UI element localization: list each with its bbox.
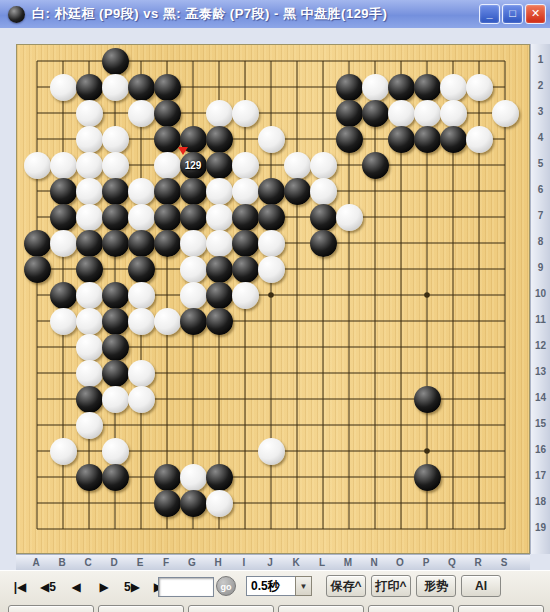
col-label-D: D [105, 557, 123, 568]
stone-white-E10 [128, 282, 155, 309]
stone-black-D12 [102, 334, 129, 361]
bottom-row-button[interactable] [98, 605, 184, 612]
stone-white-H18 [206, 490, 233, 517]
stone-black-E2 [128, 74, 155, 101]
stone-black-D7 [102, 204, 129, 231]
stone-white-D16 [102, 438, 129, 465]
window-title: 白: 朴廷桓 (P9段) vs 黑: 孟泰龄 (P7段) - 黑 中盘胜(129… [32, 5, 479, 23]
nav-button-0[interactable]: |◀ [8, 577, 32, 597]
stone-black-M4 [336, 126, 363, 153]
stone-black-G5: 129 [180, 152, 207, 179]
print-button[interactable]: 打印^ [371, 575, 411, 597]
minimize-button[interactable]: _ [479, 4, 500, 24]
stone-white-C10 [76, 282, 103, 309]
stone-black-L7 [310, 204, 337, 231]
stone-black-C14 [76, 386, 103, 413]
stone-white-I3 [232, 100, 259, 127]
close-button[interactable]: ✕ [525, 4, 546, 24]
stone-white-G17 [180, 464, 207, 491]
stone-black-I7 [232, 204, 259, 231]
stone-white-E7 [128, 204, 155, 231]
row-label-19: 19 [531, 522, 550, 534]
bottom-row-button[interactable] [458, 605, 544, 612]
replay-nav-group: |◀◀5◀▶5▶▶| [8, 577, 172, 597]
stone-black-C2 [76, 74, 103, 101]
stone-white-E11 [128, 308, 155, 335]
row-label-5: 5 [531, 158, 550, 170]
stone-black-C8 [76, 230, 103, 257]
stone-black-H9 [206, 256, 233, 283]
stone-black-D8 [102, 230, 129, 257]
stone-white-J16 [258, 438, 285, 465]
stone-black-F3 [154, 100, 181, 127]
stone-black-Q4 [440, 126, 467, 153]
row-label-4: 4 [531, 132, 550, 144]
nav-button-2[interactable]: ◀ [64, 577, 88, 597]
stone-white-F11 [154, 308, 181, 335]
stone-white-C5 [76, 152, 103, 179]
nav-button-4[interactable]: 5▶ [120, 577, 144, 597]
stone-black-J7 [258, 204, 285, 231]
col-label-S: S [495, 557, 513, 568]
col-label-B: B [53, 557, 71, 568]
stone-white-D2 [102, 74, 129, 101]
stone-white-Q3 [440, 100, 467, 127]
stone-black-D1 [102, 48, 129, 75]
stone-black-O4 [388, 126, 415, 153]
stone-white-B11 [50, 308, 77, 335]
row-label-16: 16 [531, 444, 550, 456]
nav-button-3[interactable]: ▶ [92, 577, 116, 597]
stone-black-E8 [128, 230, 155, 257]
stone-white-K5 [284, 152, 311, 179]
stone-white-P3 [414, 100, 441, 127]
stone-white-G9 [180, 256, 207, 283]
stone-black-I9 [232, 256, 259, 283]
save-button[interactable]: 保存^ [326, 575, 366, 597]
stone-white-E3 [128, 100, 155, 127]
stone-white-B5 [50, 152, 77, 179]
stone-white-D5 [102, 152, 129, 179]
stone-white-J9 [258, 256, 285, 283]
stone-white-B8 [50, 230, 77, 257]
row-label-8: 8 [531, 236, 550, 248]
stone-black-F17 [154, 464, 181, 491]
stone-white-I5 [232, 152, 259, 179]
chevron-down-icon[interactable]: ▼ [295, 576, 312, 596]
stone-black-P4 [414, 126, 441, 153]
row-label-13: 13 [531, 366, 550, 378]
stone-white-H7 [206, 204, 233, 231]
stone-white-H3 [206, 100, 233, 127]
stone-white-I10 [232, 282, 259, 309]
stone-white-J8 [258, 230, 285, 257]
stone-black-G11 [180, 308, 207, 335]
stone-black-H10 [206, 282, 233, 309]
row-label-17: 17 [531, 470, 550, 482]
stone-black-D13 [102, 360, 129, 387]
stone-black-C17 [76, 464, 103, 491]
stone-white-H8 [206, 230, 233, 257]
stone-black-F18 [154, 490, 181, 517]
stone-white-B16 [50, 438, 77, 465]
stone-black-A8 [24, 230, 51, 257]
col-label-I: I [235, 557, 253, 568]
go-board: 129 [16, 44, 530, 554]
col-label-H: H [209, 557, 227, 568]
col-label-P: P [417, 557, 435, 568]
stone-black-N5 [362, 152, 389, 179]
stone-black-E9 [128, 256, 155, 283]
stone-white-E6 [128, 178, 155, 205]
row-coordinates: 12345678910111213141516171819 [530, 44, 550, 554]
stone-white-R4 [466, 126, 493, 153]
stone-white-C12 [76, 334, 103, 361]
stone-black-F7 [154, 204, 181, 231]
ai-button[interactable]: AI [461, 575, 501, 597]
stone-white-E14 [128, 386, 155, 413]
stone-white-D4 [102, 126, 129, 153]
stone-black-A9 [24, 256, 51, 283]
stone-white-C7 [76, 204, 103, 231]
stone-black-G18 [180, 490, 207, 517]
stone-black-N3 [362, 100, 389, 127]
stone-black-H5 [206, 152, 233, 179]
stone-white-D14 [102, 386, 129, 413]
row-label-1: 1 [531, 54, 550, 66]
stone-black-D10 [102, 282, 129, 309]
col-label-F: F [157, 557, 175, 568]
stone-white-G8 [180, 230, 207, 257]
col-label-N: N [365, 557, 383, 568]
bottom-row-button[interactable] [188, 605, 274, 612]
row-label-11: 11 [531, 314, 550, 326]
stone-black-I8 [232, 230, 259, 257]
stone-black-F6 [154, 178, 181, 205]
row-label-12: 12 [531, 340, 550, 352]
row-label-3: 3 [531, 106, 550, 118]
go-button[interactable]: go [216, 576, 236, 596]
stone-black-M3 [336, 100, 363, 127]
stone-black-B10 [50, 282, 77, 309]
stone-black-G6 [180, 178, 207, 205]
col-label-J: J [261, 557, 279, 568]
stone-white-O3 [388, 100, 415, 127]
stone-white-Q2 [440, 74, 467, 101]
row-label-15: 15 [531, 418, 550, 430]
column-coordinates: ABCDEFGHIJKLMNOPQRS [16, 554, 530, 570]
row-label-14: 14 [531, 392, 550, 404]
maximize-button[interactable]: □ [502, 4, 523, 24]
stone-black-D17 [102, 464, 129, 491]
stone-white-H6 [206, 178, 233, 205]
stone-black-F4 [154, 126, 181, 153]
stone-white-E13 [128, 360, 155, 387]
go-game-viewer-window: { "game": "go", "window": { "title": "白:… [0, 0, 550, 612]
col-label-O: O [391, 557, 409, 568]
col-label-A: A [27, 557, 45, 568]
stone-white-C6 [76, 178, 103, 205]
stone-black-J6 [258, 178, 285, 205]
col-label-L: L [313, 557, 331, 568]
stone-white-C3 [76, 100, 103, 127]
stone-white-C11 [76, 308, 103, 335]
stone-black-H17 [206, 464, 233, 491]
stone-white-N2 [362, 74, 389, 101]
stone-black-B7 [50, 204, 77, 231]
stone-white-C4 [76, 126, 103, 153]
bottom-row-button[interactable] [278, 605, 364, 612]
stone-white-S3 [492, 100, 519, 127]
board-grid: 129 [24, 48, 518, 542]
row-label-2: 2 [531, 80, 550, 92]
stone-white-I6 [232, 178, 259, 205]
row-label-6: 6 [531, 184, 550, 196]
col-label-R: R [469, 557, 487, 568]
delay-value: 0.5秒 [246, 576, 295, 596]
stone-black-O2 [388, 74, 415, 101]
col-label-M: M [339, 557, 357, 568]
stone-black-K6 [284, 178, 311, 205]
territory-button[interactable]: 形势 [416, 575, 456, 597]
last-move-number: 129 [180, 152, 207, 179]
stone-black-M2 [336, 74, 363, 101]
control-bar: |◀◀5◀▶5▶▶| go 0.5秒 ▼ 保存^ 打印^ 形势 AI [0, 570, 550, 612]
stone-white-L6 [310, 178, 337, 205]
stone-white-J4 [258, 126, 285, 153]
stone-black-F8 [154, 230, 181, 257]
stone-white-M7 [336, 204, 363, 231]
stone-white-F5 [154, 152, 181, 179]
nav-button-1[interactable]: ◀5 [36, 577, 60, 597]
stone-black-P17 [414, 464, 441, 491]
stone-black-P2 [414, 74, 441, 101]
col-label-Q: Q [443, 557, 461, 568]
stone-black-H4 [206, 126, 233, 153]
stone-black-C9 [76, 256, 103, 283]
stone-black-G7 [180, 204, 207, 231]
app-go-stone-icon [8, 6, 25, 23]
row-label-7: 7 [531, 210, 550, 222]
col-label-C: C [79, 557, 97, 568]
move-number-input[interactable] [158, 577, 214, 597]
stone-white-G10 [180, 282, 207, 309]
delay-dropdown[interactable]: 0.5秒 ▼ [246, 576, 312, 596]
col-label-K: K [287, 557, 305, 568]
stone-white-R2 [466, 74, 493, 101]
stone-black-D6 [102, 178, 129, 205]
row-label-10: 10 [531, 288, 550, 300]
stone-black-B6 [50, 178, 77, 205]
stone-black-P14 [414, 386, 441, 413]
stone-white-L5 [310, 152, 337, 179]
row-label-9: 9 [531, 262, 550, 274]
stone-black-D11 [102, 308, 129, 335]
stone-white-B2 [50, 74, 77, 101]
stone-black-F2 [154, 74, 181, 101]
bottom-row-button[interactable] [8, 605, 94, 612]
stone-white-C15 [76, 412, 103, 439]
stone-black-L8 [310, 230, 337, 257]
title-bar: 白: 朴廷桓 (P9段) vs 黑: 孟泰龄 (P7段) - 黑 中盘胜(129… [0, 0, 550, 28]
stone-white-A5 [24, 152, 51, 179]
bottom-row-button[interactable] [368, 605, 454, 612]
col-label-E: E [131, 557, 149, 568]
row-label-18: 18 [531, 496, 550, 508]
col-label-G: G [183, 557, 201, 568]
stone-white-C13 [76, 360, 103, 387]
stone-black-H11 [206, 308, 233, 335]
